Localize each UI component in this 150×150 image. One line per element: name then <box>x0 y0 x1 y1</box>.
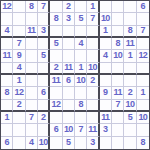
sudoku-cell[interactable]: 5 <box>50 38 62 50</box>
sudoku-cell[interactable]: 1 <box>137 87 149 99</box>
sudoku-cell[interactable]: 8 <box>26 1 38 13</box>
sudoku-cell[interactable]: 12 <box>50 100 62 112</box>
sudoku-cell[interactable] <box>50 1 62 13</box>
given-digit: 10 <box>101 14 110 23</box>
sudoku-cell[interactable] <box>63 26 75 38</box>
given-digit: 5 <box>128 113 132 122</box>
sudoku-cell[interactable]: 1 <box>75 63 87 75</box>
given-digit: 7 <box>17 39 21 48</box>
sudoku-cell[interactable] <box>75 50 87 62</box>
sudoku-cell[interactable]: 2 <box>38 112 50 124</box>
sudoku-cell[interactable]: 10 <box>100 13 112 25</box>
sudoku-cell[interactable] <box>87 112 99 124</box>
given-digit: 1 <box>141 88 145 97</box>
given-digit: 11 <box>113 88 121 97</box>
sudoku-cell[interactable]: 2 <box>87 75 99 87</box>
sudoku-cell[interactable]: 10 <box>137 112 149 124</box>
given-digit: 9 <box>17 51 21 60</box>
sudoku-cell[interactable]: 8 <box>137 137 149 149</box>
sudoku-cell[interactable]: 5 <box>75 13 87 25</box>
given-digit: 8 <box>54 14 58 23</box>
given-digit: 4 <box>17 63 21 72</box>
sudoku-cell[interactable] <box>137 124 149 136</box>
sudoku-cell[interactable] <box>112 124 124 136</box>
given-digit: 6 <box>141 2 145 11</box>
sudoku-cell[interactable]: 7 <box>38 1 50 13</box>
sudoku-cell[interactable] <box>26 124 38 136</box>
sudoku-cell[interactable]: 10 <box>112 50 124 62</box>
given-digit: 3 <box>90 138 94 147</box>
sudoku-cell[interactable]: 1 <box>13 75 25 87</box>
given-digit: 10 <box>138 113 147 122</box>
sudoku-cell[interactable] <box>87 38 99 50</box>
sudoku-cell[interactable] <box>50 26 62 38</box>
sudoku-cell[interactable]: 11 <box>26 26 38 38</box>
given-digit: 1 <box>128 51 132 60</box>
sudoku-cell[interactable] <box>112 75 124 87</box>
sudoku-cell[interactable] <box>87 87 99 99</box>
sudoku-cell[interactable] <box>38 63 50 75</box>
sudoku-cell[interactable] <box>75 137 87 149</box>
sudoku-cell[interactable] <box>124 13 136 25</box>
sudoku-cell[interactable]: 5 <box>38 50 50 62</box>
sudoku-cell[interactable]: 12 <box>13 87 25 99</box>
sudoku-cell[interactable]: 2 <box>124 87 136 99</box>
sudoku-cell[interactable]: 12 <box>137 50 149 62</box>
sudoku-cell[interactable]: 2 <box>50 63 62 75</box>
sudoku-cell[interactable] <box>100 75 112 87</box>
given-digit: 7 <box>141 26 145 35</box>
given-digit: 5 <box>66 138 70 147</box>
sudoku-cell[interactable] <box>13 1 25 13</box>
sudoku-cell[interactable] <box>112 26 124 38</box>
sudoku-cell[interactable] <box>75 1 87 13</box>
given-digit: 3 <box>41 26 45 35</box>
given-digit: 1 <box>103 26 107 35</box>
sudoku-cell[interactable]: 7 <box>26 112 38 124</box>
sudoku-cell[interactable]: 4 <box>13 63 25 75</box>
given-digit: 2 <box>54 63 58 72</box>
sudoku-cell[interactable]: 7 <box>13 38 25 50</box>
sudoku-cell[interactable]: 11 <box>100 112 112 124</box>
sudoku-cell[interactable]: 1 <box>124 50 136 62</box>
sudoku-cell[interactable] <box>112 112 124 124</box>
sudoku-cell[interactable] <box>124 75 136 87</box>
sudoku-cell[interactable]: 8 <box>124 26 136 38</box>
sudoku-cell[interactable] <box>38 38 50 50</box>
sudoku-cell[interactable] <box>26 100 38 112</box>
given-digit: 10 <box>88 63 97 72</box>
sudoku-cell[interactable] <box>26 63 38 75</box>
sudoku-cell[interactable]: 10 <box>87 63 99 75</box>
sudoku-cell[interactable] <box>137 100 149 112</box>
sudoku-cell[interactable]: 8 <box>75 100 87 112</box>
given-digit: 8 <box>4 88 8 97</box>
sudoku-cell[interactable] <box>38 124 50 136</box>
sudoku-cell[interactable] <box>1 124 13 136</box>
given-digit: 8 <box>115 39 119 48</box>
given-digit: 6 <box>66 76 70 85</box>
sudoku-cell[interactable] <box>112 1 124 13</box>
sudoku-cell[interactable] <box>38 75 50 87</box>
sudoku-cell[interactable]: 6 <box>137 1 149 13</box>
given-digit: 10 <box>76 76 85 85</box>
sudoku-cell[interactable] <box>26 38 38 50</box>
sudoku-cell[interactable] <box>26 75 38 87</box>
sudoku-cell[interactable]: 4 <box>1 26 13 38</box>
sudoku-cell[interactable]: 12 <box>1 1 13 13</box>
given-digit: 8 <box>128 26 132 35</box>
sudoku-cell[interactable]: 7 <box>75 124 87 136</box>
sudoku-cell[interactable]: 8 <box>1 87 13 99</box>
given-digit: 12 <box>15 88 24 97</box>
sudoku-cell[interactable] <box>63 112 75 124</box>
given-digit: 5 <box>78 14 82 23</box>
sudoku-cell[interactable] <box>137 13 149 25</box>
given-digit: 8 <box>78 100 82 109</box>
sudoku-cell[interactable] <box>63 50 75 62</box>
sudoku-cell[interactable] <box>1 75 13 87</box>
sudoku-cell[interactable] <box>87 100 99 112</box>
sudoku-cell[interactable] <box>100 38 112 50</box>
sudoku-cell[interactable]: 2 <box>13 100 25 112</box>
given-digit: 1 <box>78 63 82 72</box>
given-digit: 7 <box>78 125 82 134</box>
given-digit: 10 <box>39 138 48 147</box>
given-digit: 9 <box>103 88 107 97</box>
sudoku-cell[interactable] <box>38 100 50 112</box>
sudoku-cell[interactable]: 10 <box>38 137 50 149</box>
sudoku-cell[interactable]: 3 <box>87 137 99 149</box>
sudoku-cell[interactable] <box>87 26 99 38</box>
given-digit: 11 <box>88 125 96 134</box>
given-digit: 5 <box>54 39 58 48</box>
sudoku-cell[interactable] <box>13 26 25 38</box>
sudoku-cell[interactable]: 1 <box>1 112 13 124</box>
sudoku-cell[interactable]: 11 <box>112 87 124 99</box>
sudoku-cell[interactable] <box>87 50 99 62</box>
sudoku-cell[interactable] <box>100 100 112 112</box>
sudoku-cell[interactable] <box>13 112 25 124</box>
sudoku-cell[interactable]: 6 <box>1 137 13 149</box>
sudoku-cell[interactable]: 4 <box>26 137 38 149</box>
sudoku-cell[interactable]: 9 <box>13 50 25 62</box>
sudoku-cell[interactable] <box>100 137 112 149</box>
given-digit: 8 <box>29 2 33 11</box>
given-digit: 10 <box>126 100 135 109</box>
sudoku-cell[interactable]: 4 <box>100 50 112 62</box>
given-digit: 7 <box>90 14 94 23</box>
given-digit: 3 <box>103 125 107 134</box>
sudoku-cell[interactable] <box>50 87 62 99</box>
sudoku-cell[interactable] <box>112 13 124 25</box>
given-digit: 11 <box>101 113 109 122</box>
sudoku-cell[interactable] <box>13 13 25 25</box>
sudoku-cell[interactable] <box>38 13 50 25</box>
sudoku-cell[interactable] <box>50 112 62 124</box>
sudoku-cell[interactable] <box>100 63 112 75</box>
given-digit: 7 <box>115 100 119 109</box>
sudoku-cell[interactable] <box>1 38 13 50</box>
sudoku-cell[interactable] <box>63 38 75 50</box>
given-digit: 4 <box>29 138 33 147</box>
given-digit: 8 <box>141 138 145 147</box>
sudoku-cell[interactable] <box>13 124 25 136</box>
sudoku-cell[interactable] <box>137 63 149 75</box>
sudoku-cell[interactable]: 8 <box>112 38 124 50</box>
sudoku-cell[interactable] <box>124 1 136 13</box>
given-digit: 3 <box>66 14 70 23</box>
given-digit: 5 <box>41 51 45 60</box>
sudoku-cell[interactable]: 11 <box>87 124 99 136</box>
given-digit: 11 <box>52 76 60 85</box>
sudoku-cell[interactable]: 11 <box>63 63 75 75</box>
sudoku-cell[interactable]: 3 <box>38 26 50 38</box>
sudoku-cell[interactable] <box>75 87 87 99</box>
sudoku-cell[interactable] <box>112 137 124 149</box>
sudoku-cell[interactable] <box>26 13 38 25</box>
given-digit: 1 <box>17 76 21 85</box>
sudoku-cell[interactable] <box>26 50 38 62</box>
sudoku-cell[interactable] <box>1 100 13 112</box>
given-digit: 1 <box>90 2 94 11</box>
sudoku-cell[interactable] <box>124 137 136 149</box>
sudoku-cell[interactable]: 8 <box>50 13 62 25</box>
sudoku-cell[interactable] <box>124 63 136 75</box>
sudoku-cell[interactable]: 7 <box>137 26 149 38</box>
given-digit: 4 <box>103 51 107 60</box>
sudoku-cell[interactable] <box>75 112 87 124</box>
sudoku-cell[interactable]: 11 <box>124 38 136 50</box>
given-digit: 11 <box>27 26 35 35</box>
given-digit: 11 <box>3 51 11 60</box>
sudoku-cell[interactable] <box>63 87 75 99</box>
given-digit: 2 <box>17 100 21 109</box>
sudoku-cell[interactable] <box>137 75 149 87</box>
sudoku-cell[interactable]: 11 <box>50 75 62 87</box>
sudoku-cell[interactable] <box>100 1 112 13</box>
given-digit: 10 <box>64 125 73 134</box>
sudoku-cell[interactable]: 10 <box>63 124 75 136</box>
given-digit: 11 <box>64 63 72 72</box>
given-digit: 6 <box>41 88 45 97</box>
sudoku-cell[interactable]: 10 <box>124 100 136 112</box>
sudoku-cell[interactable]: 4 <box>75 38 87 50</box>
sudoku-cell[interactable]: 3 <box>63 13 75 25</box>
sudoku-cell[interactable]: 6 <box>50 124 62 136</box>
sudoku-cell[interactable]: 5 <box>124 112 136 124</box>
given-digit: 6 <box>54 125 58 134</box>
given-digit: 4 <box>4 26 8 35</box>
sudoku-cell[interactable] <box>50 50 62 62</box>
sudoku-cell[interactable] <box>112 63 124 75</box>
given-digit: 12 <box>52 100 61 109</box>
given-digit: 7 <box>41 2 45 11</box>
sudoku-cell[interactable]: 7 <box>112 100 124 112</box>
given-digit: 6 <box>4 138 8 147</box>
sudoku-cell[interactable]: 3 <box>100 124 112 136</box>
sudoku-cell[interactable]: 11 <box>1 50 13 62</box>
given-digit: 11 <box>126 39 134 48</box>
sudoku-cell[interactable] <box>124 124 136 136</box>
sudoku-cell[interactable] <box>1 13 13 25</box>
sudoku-cell[interactable] <box>13 137 25 149</box>
given-digit: 4 <box>78 39 82 48</box>
sudoku-cell[interactable] <box>75 26 87 38</box>
given-digit: 2 <box>66 2 70 11</box>
sudoku-cell[interactable]: 10 <box>75 75 87 87</box>
sudoku-cell[interactable] <box>26 87 38 99</box>
sudoku-cell[interactable]: 7 <box>87 13 99 25</box>
sudoku-cell[interactable]: 2 <box>63 1 75 13</box>
sudoku-cell[interactable]: 6 <box>38 87 50 99</box>
sudoku-cell[interactable]: 5 <box>63 137 75 149</box>
given-digit: 10 <box>113 51 122 60</box>
given-digit: 2 <box>128 88 132 97</box>
sudoku-cell[interactable]: 1 <box>100 26 112 38</box>
sudoku-cell[interactable]: 9 <box>100 87 112 99</box>
sudoku-cell[interactable] <box>137 38 149 50</box>
sudoku-board: 1287216835710411318775481111954101124211… <box>0 0 150 150</box>
given-digit: 2 <box>41 113 45 122</box>
sudoku-cell[interactable]: 1 <box>87 1 99 13</box>
given-digit: 1 <box>4 113 8 122</box>
given-digit: 12 <box>2 2 11 11</box>
sudoku-cell[interactable]: 6 <box>63 75 75 87</box>
given-digit: 7 <box>29 113 33 122</box>
given-digit: 2 <box>90 76 94 85</box>
sudoku-cell[interactable] <box>1 63 13 75</box>
sudoku-cell[interactable] <box>50 137 62 149</box>
given-digit: 12 <box>138 51 147 60</box>
sudoku-cell[interactable] <box>63 100 75 112</box>
